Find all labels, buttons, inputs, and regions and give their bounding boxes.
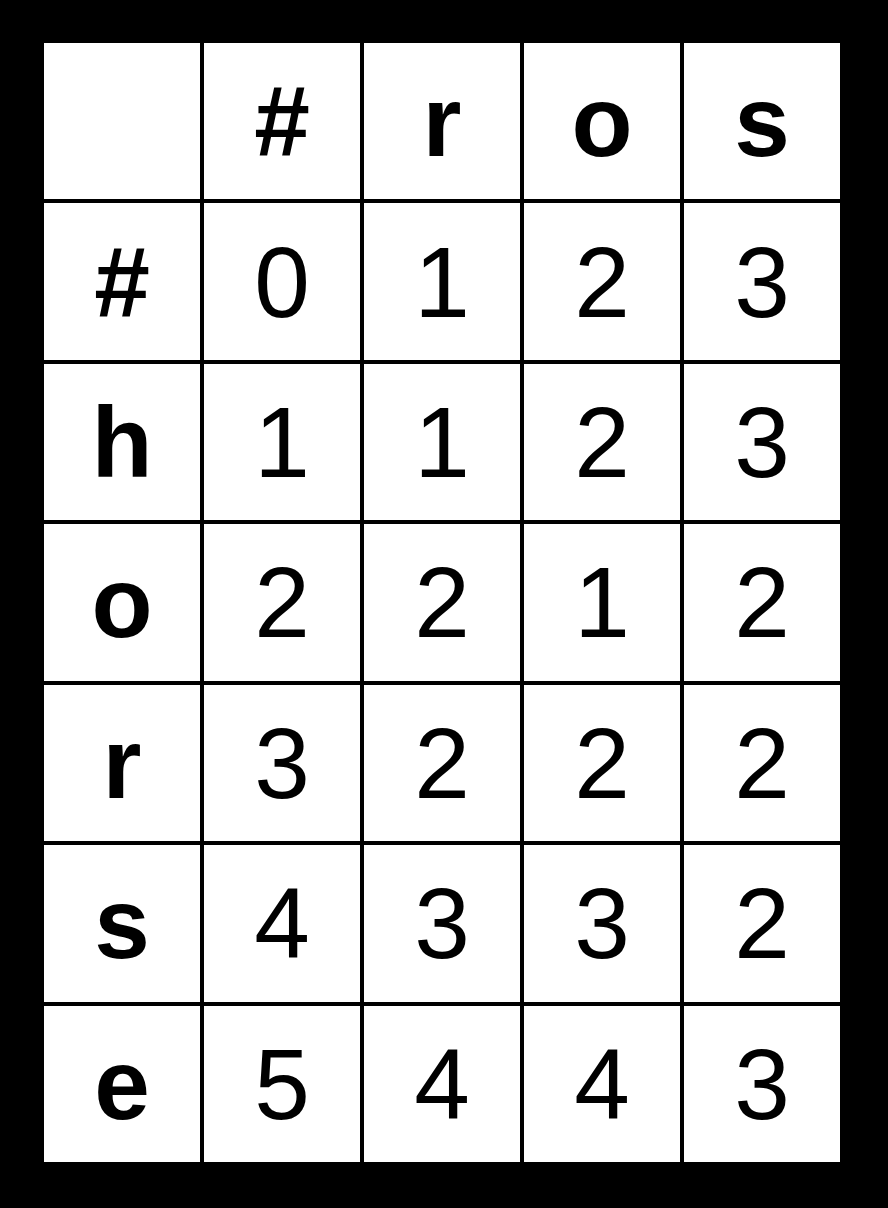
col-header-hash: #: [204, 43, 360, 199]
row-header-hash: #: [44, 203, 200, 359]
dp-cell-r5-c2: 3: [364, 845, 520, 1001]
dp-cell-r3-c1: 2: [204, 524, 360, 680]
row-header-r: r: [44, 685, 200, 841]
dp-cell-r4-c3: 2: [524, 685, 680, 841]
dp-cell-r4-c4: 2: [684, 685, 840, 841]
dp-cell-r5-c1: 4: [204, 845, 360, 1001]
row-header-s: s: [44, 845, 200, 1001]
col-header-r: r: [364, 43, 520, 199]
dp-cell-r4-c2: 2: [364, 685, 520, 841]
dp-cell-r1-c3: 2: [524, 203, 680, 359]
dp-cell-r2-c1: 1: [204, 364, 360, 520]
row-header-o: o: [44, 524, 200, 680]
dp-cell-r3-c2: 2: [364, 524, 520, 680]
dp-cell-r4-c1: 3: [204, 685, 360, 841]
dp-cell-r2-c4: 3: [684, 364, 840, 520]
dp-cell-r6-c4: 3: [684, 1006, 840, 1162]
dp-cell-r1-c4: 3: [684, 203, 840, 359]
row-header-e: e: [44, 1006, 200, 1162]
dp-cell-r1-c2: 1: [364, 203, 520, 359]
col-header-o: o: [524, 43, 680, 199]
dp-cell-r5-c4: 2: [684, 845, 840, 1001]
dp-cell-r6-c3: 4: [524, 1006, 680, 1162]
dp-cell-r3-c3: 1: [524, 524, 680, 680]
dp-cell-r3-c4: 2: [684, 524, 840, 680]
row-header-h: h: [44, 364, 200, 520]
dp-cell-r1-c1: 0: [204, 203, 360, 359]
edit-distance-grid: #ros#0123h1123o2212r3222s4332e5443: [44, 43, 840, 1162]
col-header-s: s: [684, 43, 840, 199]
dp-cell-r2-c3: 2: [524, 364, 680, 520]
dp-cell-r2-c2: 1: [364, 364, 520, 520]
dp-cell-r6-c2: 4: [364, 1006, 520, 1162]
corner-cell: [44, 43, 200, 199]
dp-cell-r5-c3: 3: [524, 845, 680, 1001]
dp-cell-r6-c1: 5: [204, 1006, 360, 1162]
